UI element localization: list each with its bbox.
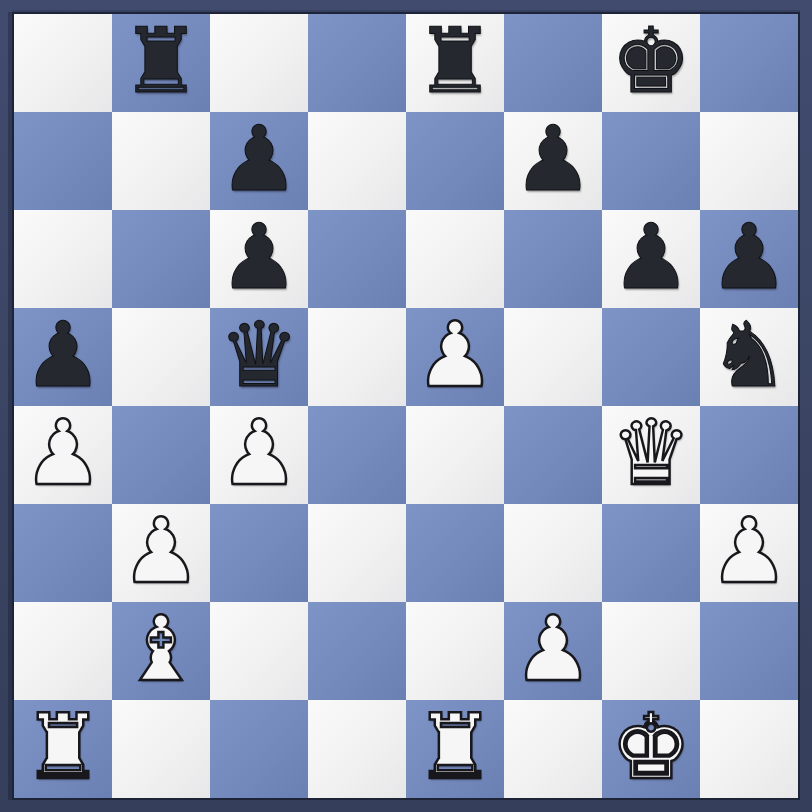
chess-board: ♜♜♚♟♟♟♟♟♟♛♟♞♟♟♛♟♟♝♟♜♜♚ (12, 12, 800, 800)
piece-white-pawn-h3[interactable]: ♟ (709, 506, 790, 596)
piece-white-pawn-f2[interactable]: ♟ (513, 604, 594, 694)
board-frame: ♜♜♚♟♟♟♟♟♟♛♟♞♟♟♛♟♟♝♟♜♜♚ (0, 0, 812, 812)
square-b6[interactable] (112, 210, 210, 308)
square-e5[interactable]: ♟ (406, 308, 504, 406)
square-e4[interactable] (406, 406, 504, 504)
square-b4[interactable] (112, 406, 210, 504)
square-g5[interactable] (602, 308, 700, 406)
piece-black-pawn-f7[interactable]: ♟ (513, 114, 594, 204)
square-c1[interactable] (210, 700, 308, 798)
square-h6[interactable]: ♟ (700, 210, 798, 308)
piece-black-pawn-g6[interactable]: ♟ (611, 212, 692, 302)
square-d5[interactable] (308, 308, 406, 406)
square-b7[interactable] (112, 112, 210, 210)
piece-black-king-g8[interactable]: ♚ (611, 16, 692, 106)
square-e8[interactable]: ♜ (406, 14, 504, 112)
square-f1[interactable] (504, 700, 602, 798)
square-h8[interactable] (700, 14, 798, 112)
piece-white-pawn-e5[interactable]: ♟ (415, 310, 496, 400)
piece-black-pawn-c6[interactable]: ♟ (219, 212, 300, 302)
piece-white-pawn-a4[interactable]: ♟ (23, 408, 104, 498)
square-a4[interactable]: ♟ (14, 406, 112, 504)
square-c3[interactable] (210, 504, 308, 602)
square-a2[interactable] (14, 602, 112, 700)
square-d2[interactable] (308, 602, 406, 700)
piece-white-pawn-b3[interactable]: ♟ (121, 506, 202, 596)
piece-white-rook-a1[interactable]: ♜ (23, 702, 104, 792)
square-f2[interactable]: ♟ (504, 602, 602, 700)
square-e7[interactable] (406, 112, 504, 210)
square-a6[interactable] (14, 210, 112, 308)
square-g7[interactable] (602, 112, 700, 210)
square-d4[interactable] (308, 406, 406, 504)
square-g3[interactable] (602, 504, 700, 602)
piece-white-king-g1[interactable]: ♚ (611, 702, 692, 792)
square-c6[interactable]: ♟ (210, 210, 308, 308)
piece-black-pawn-c7[interactable]: ♟ (219, 114, 300, 204)
square-a3[interactable] (14, 504, 112, 602)
piece-white-queen-g4[interactable]: ♛ (611, 408, 692, 498)
square-c5[interactable]: ♛ (210, 308, 308, 406)
square-e6[interactable] (406, 210, 504, 308)
square-b8[interactable]: ♜ (112, 14, 210, 112)
square-d7[interactable] (308, 112, 406, 210)
square-a7[interactable] (14, 112, 112, 210)
square-g4[interactable]: ♛ (602, 406, 700, 504)
square-b3[interactable]: ♟ (112, 504, 210, 602)
square-c4[interactable]: ♟ (210, 406, 308, 504)
square-e2[interactable] (406, 602, 504, 700)
square-d6[interactable] (308, 210, 406, 308)
square-h2[interactable] (700, 602, 798, 700)
square-h3[interactable]: ♟ (700, 504, 798, 602)
square-f3[interactable] (504, 504, 602, 602)
square-g8[interactable]: ♚ (602, 14, 700, 112)
piece-white-pawn-c4[interactable]: ♟ (219, 408, 300, 498)
square-b5[interactable] (112, 308, 210, 406)
square-e1[interactable]: ♜ (406, 700, 504, 798)
piece-black-rook-e8[interactable]: ♜ (415, 16, 496, 106)
square-f4[interactable] (504, 406, 602, 504)
piece-black-queen-c5[interactable]: ♛ (219, 310, 300, 400)
piece-black-pawn-a5[interactable]: ♟ (23, 310, 104, 400)
square-b2[interactable]: ♝ (112, 602, 210, 700)
square-b1[interactable] (112, 700, 210, 798)
square-c2[interactable] (210, 602, 308, 700)
square-c7[interactable]: ♟ (210, 112, 308, 210)
square-a1[interactable]: ♜ (14, 700, 112, 798)
square-c8[interactable] (210, 14, 308, 112)
square-g6[interactable]: ♟ (602, 210, 700, 308)
piece-black-knight-h5[interactable]: ♞ (709, 310, 790, 400)
square-h1[interactable] (700, 700, 798, 798)
square-f8[interactable] (504, 14, 602, 112)
piece-white-rook-e1[interactable]: ♜ (415, 702, 496, 792)
square-g2[interactable] (602, 602, 700, 700)
square-a5[interactable]: ♟ (14, 308, 112, 406)
square-d1[interactable] (308, 700, 406, 798)
square-g1[interactable]: ♚ (602, 700, 700, 798)
square-e3[interactable] (406, 504, 504, 602)
square-a8[interactable] (14, 14, 112, 112)
square-d8[interactable] (308, 14, 406, 112)
square-f5[interactable] (504, 308, 602, 406)
piece-black-rook-b8[interactable]: ♜ (121, 16, 202, 106)
square-h4[interactable] (700, 406, 798, 504)
square-d3[interactable] (308, 504, 406, 602)
square-h5[interactable]: ♞ (700, 308, 798, 406)
square-h7[interactable] (700, 112, 798, 210)
piece-black-pawn-h6[interactable]: ♟ (709, 212, 790, 302)
square-f6[interactable] (504, 210, 602, 308)
square-f7[interactable]: ♟ (504, 112, 602, 210)
piece-white-bishop-b2[interactable]: ♝ (121, 604, 202, 694)
